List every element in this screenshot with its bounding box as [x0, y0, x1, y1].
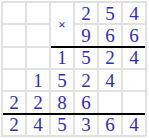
cell-r3c3: 1	[51, 48, 73, 68]
cell-r5c5	[99, 92, 121, 112]
cell-r5c6	[123, 92, 145, 112]
cell-r3c1	[3, 48, 25, 68]
cell-r1c6: 4	[123, 3, 145, 23]
cell-r6c2: 4	[27, 115, 49, 135]
cell-r1c5: 5	[99, 3, 121, 23]
cell-r2c5: 6	[99, 25, 121, 45]
cell-r4c6	[123, 70, 145, 90]
cell-r4c3: 5	[51, 70, 73, 90]
cell-r4c4: 2	[75, 70, 97, 90]
cell-r6c4: 3	[75, 115, 97, 135]
cell-r6c5: 6	[99, 115, 121, 135]
cell-r3c5: 2	[99, 48, 121, 68]
cell-r4c1	[3, 70, 25, 90]
cell-r1c2	[27, 3, 49, 23]
cell-r4c5: 4	[99, 70, 121, 90]
sum-rule-line	[3, 113, 145, 115]
cell-r3c6: 4	[123, 48, 145, 68]
cell-r5c4: 6	[75, 92, 97, 112]
cell-r2c1	[3, 25, 25, 45]
cell-r3c2	[27, 48, 49, 68]
cell-r6c1: 2	[3, 115, 25, 135]
cell-r2c2	[27, 25, 49, 45]
cell-r1c1	[3, 3, 25, 23]
cell-r5c3: 8	[51, 92, 73, 112]
cell-r1c4: 2	[75, 3, 97, 23]
cell-r4c2: 1	[27, 70, 49, 90]
cell-r6c6: 4	[123, 115, 145, 135]
cell-r2c4: 9	[75, 25, 97, 45]
product-rule-line	[51, 46, 145, 48]
cell-r3c4: 5	[75, 48, 97, 68]
cell-r2c6: 6	[123, 25, 145, 45]
cell-r6c3: 5	[51, 115, 73, 135]
multiply-sign: ×	[51, 3, 73, 46]
cell-r5c2: 2	[27, 92, 49, 112]
multiplication-worksheet: ×254966152415242286245364	[1, 1, 147, 137]
cell-r5c1: 2	[3, 92, 25, 112]
